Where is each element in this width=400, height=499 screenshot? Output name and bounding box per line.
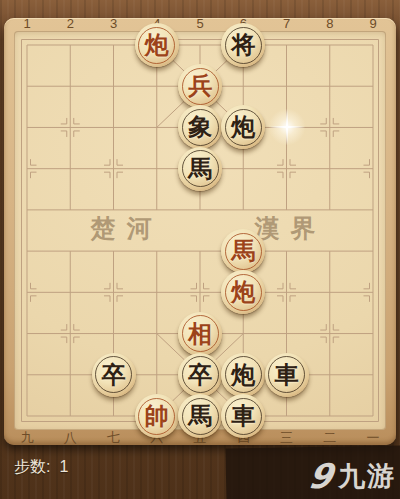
move-count-value: 1 <box>59 458 68 476</box>
piece-glyph: 車 <box>275 363 299 387</box>
file-label-top: 7 <box>283 17 290 30</box>
piece-black-soldier[interactable]: 卒 <box>92 353 136 397</box>
file-label-bottom: 二 <box>323 431 336 444</box>
piece-black-horse[interactable]: 馬 <box>178 147 222 191</box>
piece-glyph: 炮 <box>145 33 169 57</box>
river-label-left: 楚河 <box>80 212 163 245</box>
piece-glyph: 炮 <box>231 280 255 304</box>
file-label-bottom: 九 <box>21 431 34 444</box>
file-label-top: 1 <box>23 17 30 30</box>
file-label-top: 9 <box>369 17 376 30</box>
file-label-top: 2 <box>67 17 74 30</box>
piece-glyph: 馬 <box>188 157 212 181</box>
file-label-bottom: 一 <box>367 431 380 444</box>
piece-glyph: 相 <box>188 322 212 346</box>
piece-black-horse[interactable]: 馬 <box>178 394 222 438</box>
piece-black-chariot[interactable]: 車 <box>265 353 309 397</box>
piece-glyph: 馬 <box>231 239 255 263</box>
piece-glyph: 炮 <box>231 363 255 387</box>
piece-glyph: 炮 <box>231 115 255 139</box>
jiuyou-wordmark: 九游 <box>338 461 396 489</box>
piece-red-general[interactable]: 帥 <box>135 394 179 438</box>
piece-glyph: 卒 <box>188 363 212 387</box>
jiuyou-logo-icon: 9 <box>307 459 336 494</box>
piece-glyph: 帥 <box>145 404 169 428</box>
file-label-bottom: 八 <box>64 431 77 444</box>
piece-red-elephant[interactable]: 相 <box>178 312 222 356</box>
file-label-bottom: 三 <box>280 431 293 444</box>
move-count-label: 步数: <box>14 457 50 478</box>
piece-glyph: 車 <box>231 404 255 428</box>
piece-red-cannon[interactable]: 炮 <box>135 23 179 67</box>
piece-glyph: 馬 <box>188 404 212 428</box>
file-label-top: 5 <box>196 17 203 30</box>
screenshot-root: 123456789 九八七六五四三二一 楚河 漢界 炮将兵象炮馬馬炮相卒卒炮車帥… <box>0 0 400 499</box>
piece-black-general[interactable]: 将 <box>221 23 265 67</box>
piece-glyph: 象 <box>188 115 212 139</box>
file-label-top: 3 <box>110 17 117 30</box>
status-bar: 步数: 1 <box>14 457 68 478</box>
watermark-banner: 9 九游 <box>226 445 400 499</box>
piece-glyph: 卒 <box>102 363 126 387</box>
piece-red-soldier[interactable]: 兵 <box>178 64 222 108</box>
piece-glyph: 兵 <box>188 74 212 98</box>
file-label-bottom: 七 <box>107 431 120 444</box>
piece-glyph: 将 <box>231 33 255 57</box>
piece-black-soldier[interactable]: 卒 <box>178 353 222 397</box>
piece-black-cannon[interactable]: 炮 <box>221 353 265 397</box>
piece-black-chariot[interactable]: 車 <box>221 394 265 438</box>
file-label-top: 8 <box>326 17 333 30</box>
